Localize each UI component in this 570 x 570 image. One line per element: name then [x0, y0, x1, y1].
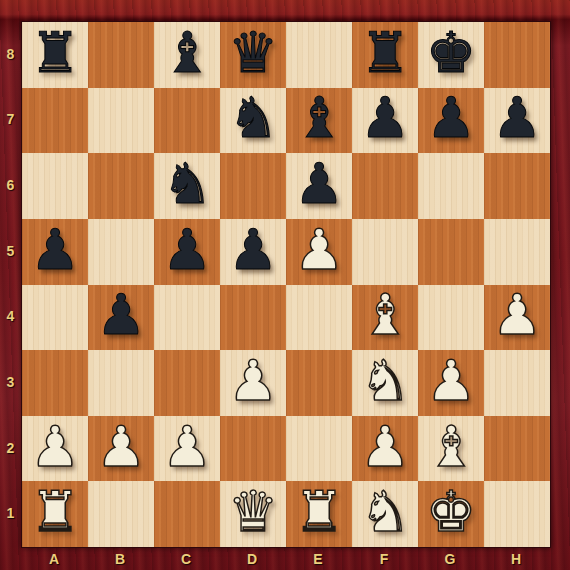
piece-white-bishop: ♝ [360, 287, 410, 343]
piece-white-rook: ♜ [30, 484, 80, 540]
square-g3[interactable]: ♟ [418, 350, 484, 416]
square-b8[interactable] [88, 22, 154, 88]
square-g4[interactable] [418, 285, 484, 351]
rank-label-5: 5 [0, 218, 21, 284]
square-b2[interactable]: ♟ [88, 416, 154, 482]
square-a1[interactable]: ♜ [22, 481, 88, 547]
piece-black-queen: ♛ [228, 25, 278, 81]
piece-black-rook: ♜ [360, 25, 410, 81]
square-f7[interactable]: ♟ [352, 88, 418, 154]
piece-white-king: ♚ [426, 484, 476, 540]
square-d3[interactable]: ♟ [220, 350, 286, 416]
square-h1[interactable] [484, 481, 550, 547]
square-g1[interactable]: ♚ [418, 481, 484, 547]
piece-white-pawn: ♟ [492, 287, 542, 343]
file-label-a: A [21, 547, 87, 570]
piece-white-knight: ♞ [360, 484, 410, 540]
file-label-h: H [483, 547, 549, 570]
piece-white-pawn: ♟ [294, 222, 344, 278]
square-e4[interactable] [286, 285, 352, 351]
chess-board: ♜♝♛♜♚♞♝♟♟♟♞♟♟♟♟♟♟♝♟♟♞♟♟♟♟♟♝♜♛♜♞♚ [21, 21, 551, 548]
square-e2[interactable] [286, 416, 352, 482]
square-f6[interactable] [352, 153, 418, 219]
piece-white-pawn: ♟ [360, 419, 410, 475]
piece-black-rook: ♜ [30, 25, 80, 81]
piece-white-queen: ♛ [228, 484, 278, 540]
rank-label-4: 4 [0, 284, 21, 350]
square-b7[interactable] [88, 88, 154, 154]
square-e5[interactable]: ♟ [286, 219, 352, 285]
square-g5[interactable] [418, 219, 484, 285]
square-c6[interactable]: ♞ [154, 153, 220, 219]
file-label-c: C [153, 547, 219, 570]
piece-black-knight: ♞ [162, 156, 212, 212]
piece-black-pawn: ♟ [96, 287, 146, 343]
rank-label-1: 1 [0, 480, 21, 546]
rank-label-7: 7 [0, 87, 21, 153]
piece-black-pawn: ♟ [492, 90, 542, 146]
square-c7[interactable] [154, 88, 220, 154]
square-e3[interactable] [286, 350, 352, 416]
square-b4[interactable]: ♟ [88, 285, 154, 351]
square-d8[interactable]: ♛ [220, 22, 286, 88]
square-b5[interactable] [88, 219, 154, 285]
piece-white-pawn: ♟ [426, 353, 476, 409]
square-d1[interactable]: ♛ [220, 481, 286, 547]
piece-black-king: ♚ [426, 25, 476, 81]
chess-diagram: ♜♝♛♜♚♞♝♟♟♟♞♟♟♟♟♟♟♝♟♟♞♟♟♟♟♟♝♜♛♜♞♚ 8765432… [0, 0, 570, 570]
file-label-d: D [219, 547, 285, 570]
square-b1[interactable] [88, 481, 154, 547]
square-e6[interactable]: ♟ [286, 153, 352, 219]
piece-black-pawn: ♟ [426, 90, 476, 146]
piece-black-knight: ♞ [228, 90, 278, 146]
square-g7[interactable]: ♟ [418, 88, 484, 154]
file-label-e: E [285, 547, 351, 570]
square-a5[interactable]: ♟ [22, 219, 88, 285]
square-f8[interactable]: ♜ [352, 22, 418, 88]
piece-white-bishop: ♝ [426, 419, 476, 475]
piece-white-knight: ♞ [360, 353, 410, 409]
square-h7[interactable]: ♟ [484, 88, 550, 154]
square-h3[interactable] [484, 350, 550, 416]
square-a8[interactable]: ♜ [22, 22, 88, 88]
square-f4[interactable]: ♝ [352, 285, 418, 351]
piece-black-bishop: ♝ [294, 90, 344, 146]
file-label-g: G [417, 547, 483, 570]
square-f2[interactable]: ♟ [352, 416, 418, 482]
rank-label-3: 3 [0, 349, 21, 415]
square-a4[interactable] [22, 285, 88, 351]
rank-label-6: 6 [0, 152, 21, 218]
square-h8[interactable] [484, 22, 550, 88]
piece-white-pawn: ♟ [162, 419, 212, 475]
square-d7[interactable]: ♞ [220, 88, 286, 154]
piece-black-pawn: ♟ [228, 222, 278, 278]
square-f1[interactable]: ♞ [352, 481, 418, 547]
square-h4[interactable]: ♟ [484, 285, 550, 351]
square-a7[interactable] [22, 88, 88, 154]
piece-black-pawn: ♟ [360, 90, 410, 146]
square-g8[interactable]: ♚ [418, 22, 484, 88]
square-c3[interactable] [154, 350, 220, 416]
piece-white-rook: ♜ [294, 484, 344, 540]
piece-black-pawn: ♟ [162, 222, 212, 278]
piece-black-bishop: ♝ [162, 25, 212, 81]
square-a2[interactable]: ♟ [22, 416, 88, 482]
square-e1[interactable]: ♜ [286, 481, 352, 547]
square-a6[interactable] [22, 153, 88, 219]
square-g6[interactable] [418, 153, 484, 219]
square-f3[interactable]: ♞ [352, 350, 418, 416]
piece-white-pawn: ♟ [96, 419, 146, 475]
square-g2[interactable]: ♝ [418, 416, 484, 482]
square-d2[interactable] [220, 416, 286, 482]
square-b3[interactable] [88, 350, 154, 416]
piece-black-pawn: ♟ [30, 222, 80, 278]
square-a3[interactable] [22, 350, 88, 416]
piece-white-pawn: ♟ [228, 353, 278, 409]
rank-label-2: 2 [0, 415, 21, 481]
square-e8[interactable] [286, 22, 352, 88]
square-h6[interactable] [484, 153, 550, 219]
square-d4[interactable] [220, 285, 286, 351]
square-d6[interactable] [220, 153, 286, 219]
rank-label-8: 8 [0, 21, 21, 87]
square-f5[interactable] [352, 219, 418, 285]
piece-white-pawn: ♟ [30, 419, 80, 475]
square-c8[interactable]: ♝ [154, 22, 220, 88]
square-c2[interactable]: ♟ [154, 416, 220, 482]
square-b6[interactable] [88, 153, 154, 219]
square-c5[interactable]: ♟ [154, 219, 220, 285]
square-h2[interactable] [484, 416, 550, 482]
square-c1[interactable] [154, 481, 220, 547]
square-d5[interactable]: ♟ [220, 219, 286, 285]
piece-black-pawn: ♟ [294, 156, 344, 212]
file-label-b: B [87, 547, 153, 570]
square-h5[interactable] [484, 219, 550, 285]
square-c4[interactable] [154, 285, 220, 351]
file-label-f: F [351, 547, 417, 570]
square-e7[interactable]: ♝ [286, 88, 352, 154]
